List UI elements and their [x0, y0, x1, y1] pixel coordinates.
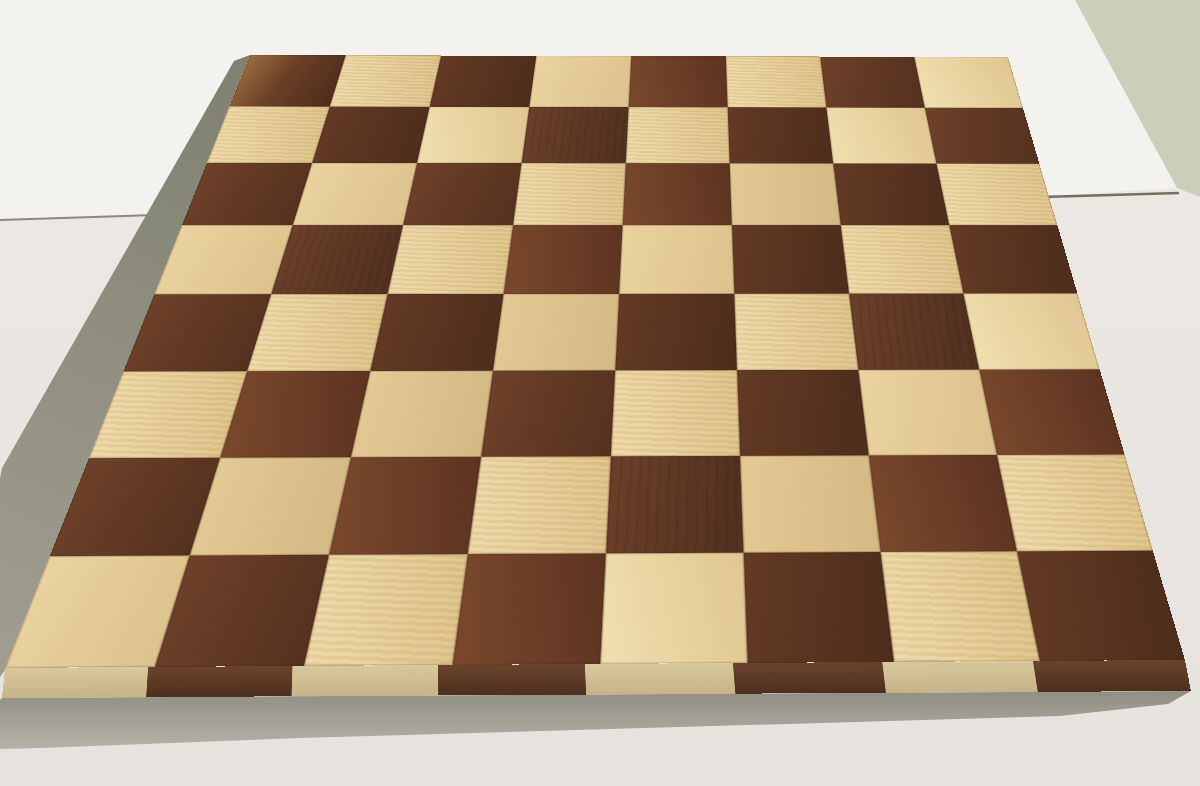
board-square: [881, 551, 1040, 662]
board-square: [351, 371, 493, 458]
photo-scene: [0, 0, 1200, 786]
board-square: [293, 163, 417, 225]
board-square: [615, 294, 737, 371]
board-square: [730, 163, 841, 225]
board-square: [207, 106, 330, 163]
board-square: [453, 553, 606, 665]
board-square: [732, 225, 849, 294]
board-square: [493, 294, 619, 371]
board-square: [744, 552, 894, 663]
board-square: [330, 55, 441, 107]
board-square: [629, 56, 728, 107]
board-square: [403, 163, 522, 225]
board-square: [740, 455, 880, 552]
front-edge-segment: [292, 665, 439, 696]
board-square: [737, 370, 869, 456]
board-square: [600, 553, 747, 664]
board-square: [949, 225, 1077, 293]
board-square: [370, 294, 503, 371]
board-square: [304, 554, 468, 666]
board-square: [619, 225, 734, 294]
board-square: [329, 457, 481, 555]
front-edge-segment: [146, 666, 292, 697]
board-square: [869, 455, 1017, 552]
board-square: [481, 370, 615, 456]
board-square: [529, 56, 631, 107]
board-square: [513, 163, 626, 225]
board-square: [626, 107, 730, 163]
front-edge-segment: [882, 661, 1037, 693]
board-square: [229, 55, 345, 107]
board-square: [849, 294, 979, 370]
front-edge-segment: [733, 662, 886, 694]
board-square: [833, 163, 949, 225]
board-square: [914, 57, 1023, 108]
board-square: [623, 163, 732, 225]
front-edge-segment: [1033, 660, 1191, 692]
board-square: [247, 294, 387, 371]
board-square: [979, 369, 1124, 455]
board-square: [820, 57, 925, 108]
board-square: [606, 456, 744, 554]
board-square: [504, 225, 623, 294]
board-square: [826, 107, 936, 163]
board-square: [430, 56, 537, 107]
board-square: [726, 56, 827, 107]
board-square: [841, 225, 964, 293]
board-square: [936, 164, 1057, 226]
board-square: [468, 456, 611, 554]
board-square: [312, 107, 430, 163]
board-square: [388, 225, 513, 294]
board-square: [271, 225, 403, 294]
board-square: [858, 370, 997, 456]
board-square: [925, 108, 1040, 164]
board-square: [963, 293, 1099, 369]
front-edge-segment: [585, 663, 736, 694]
front-edge-segment: [438, 664, 586, 695]
board-square: [522, 107, 629, 163]
board-square: [417, 107, 529, 163]
board-square: [220, 371, 370, 458]
board-square: [611, 370, 740, 456]
board-square: [734, 294, 858, 371]
board-square: [728, 107, 834, 163]
front-edge-segment: [2, 667, 148, 698]
